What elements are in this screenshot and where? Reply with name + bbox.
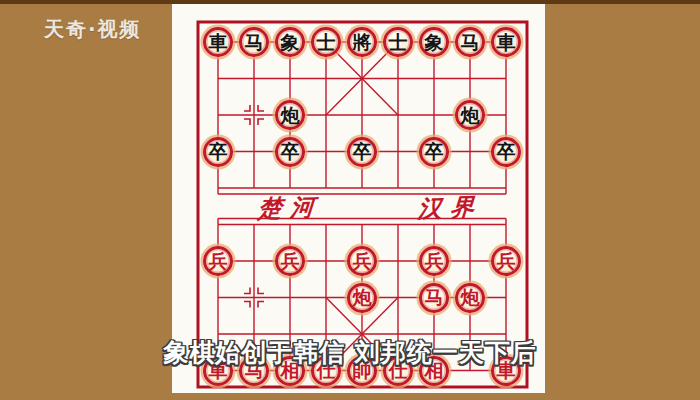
piece-black-general[interactable]: 將 [347, 27, 377, 57]
board-cell[interactable] [236, 97, 272, 134]
board-cell[interactable] [308, 97, 344, 134]
board-cell[interactable] [308, 133, 344, 170]
board-cell[interactable]: 卒 [200, 133, 236, 170]
piece-black-elephant[interactable]: 象 [419, 27, 449, 57]
piece-black-horse[interactable]: 马 [455, 27, 485, 57]
board-cell[interactable] [488, 60, 524, 97]
river-label-han: 汉界 [417, 191, 483, 225]
board-cell[interactable]: 兵 [272, 243, 308, 280]
piece-black-chariot[interactable]: 車 [203, 27, 233, 57]
board-cell[interactable] [380, 133, 416, 170]
board-cell[interactable] [380, 279, 416, 316]
board-cell[interactable]: 马 [416, 279, 452, 316]
piece-red-cannon[interactable]: 炮 [347, 283, 377, 313]
video-frame: 天奇·视频 車马象士將士象马車炮炮卒卒卒卒卒兵兵兵兵兵炮马炮車马相仕帥仕相車 楚… [0, 0, 700, 400]
board-cell[interactable] [308, 60, 344, 97]
board-cell[interactable]: 炮 [344, 279, 380, 316]
river-label-chu: 楚河 [257, 191, 323, 225]
channel-watermark: 天奇·视频 [44, 16, 142, 43]
board-cell[interactable]: 卒 [416, 133, 452, 170]
board-cell[interactable]: 兵 [200, 243, 236, 280]
board-cell[interactable]: 炮 [452, 279, 488, 316]
board-cell[interactable] [344, 206, 380, 243]
piece-black-soldier[interactable]: 卒 [491, 137, 521, 167]
piece-black-soldier[interactable]: 卒 [203, 137, 233, 167]
piece-red-soldier[interactable]: 兵 [491, 246, 521, 276]
board-cell[interactable] [344, 170, 380, 207]
board-cell[interactable] [488, 97, 524, 134]
board-cell[interactable] [272, 279, 308, 316]
piece-black-cannon[interactable]: 炮 [455, 100, 485, 130]
board-cell[interactable] [488, 206, 524, 243]
board-cell[interactable] [380, 243, 416, 280]
board-cell[interactable] [308, 243, 344, 280]
board-cell[interactable]: 兵 [488, 243, 524, 280]
board-cell[interactable] [200, 97, 236, 134]
piece-red-soldier[interactable]: 兵 [275, 246, 305, 276]
board-cell[interactable] [236, 133, 272, 170]
piece-red-soldier[interactable]: 兵 [419, 246, 449, 276]
piece-red-horse[interactable]: 马 [419, 283, 449, 313]
board-cell[interactable] [200, 206, 236, 243]
board-cell[interactable] [380, 170, 416, 207]
piece-red-soldier[interactable]: 兵 [203, 246, 233, 276]
board-cell[interactable]: 象 [416, 24, 452, 61]
board-cell[interactable] [488, 170, 524, 207]
board-cell[interactable]: 士 [308, 24, 344, 61]
board-cell[interactable] [380, 206, 416, 243]
board-cell[interactable] [488, 279, 524, 316]
board-cell[interactable]: 炮 [272, 97, 308, 134]
board-cell[interactable]: 象 [272, 24, 308, 61]
board-cell[interactable] [236, 243, 272, 280]
piece-black-chariot[interactable]: 車 [491, 27, 521, 57]
board-cell[interactable] [200, 279, 236, 316]
board-cell[interactable]: 卒 [488, 133, 524, 170]
board-cell[interactable] [272, 60, 308, 97]
board-cell[interactable]: 兵 [416, 243, 452, 280]
piece-black-soldier[interactable]: 卒 [275, 137, 305, 167]
board-cell[interactable]: 車 [200, 24, 236, 61]
board-cell[interactable] [236, 60, 272, 97]
board-cell[interactable] [380, 97, 416, 134]
piece-black-soldier[interactable]: 卒 [419, 137, 449, 167]
board-cell[interactable] [344, 97, 380, 134]
board-cell[interactable]: 马 [236, 24, 272, 61]
piece-black-cannon[interactable]: 炮 [275, 100, 305, 130]
board-cell[interactable] [200, 60, 236, 97]
board-panel: 車马象士將士象马車炮炮卒卒卒卒卒兵兵兵兵兵炮马炮車马相仕帥仕相車 楚河 汉界 [172, 4, 545, 393]
board-cell[interactable]: 將 [344, 24, 380, 61]
board-cell[interactable] [236, 279, 272, 316]
piece-red-cannon[interactable]: 炮 [455, 283, 485, 313]
board-cell[interactable]: 卒 [344, 133, 380, 170]
board-cell[interactable] [308, 279, 344, 316]
board-cell[interactable] [452, 60, 488, 97]
piece-black-elephant[interactable]: 象 [275, 27, 305, 57]
board-cell[interactable]: 兵 [344, 243, 380, 280]
board-cell[interactable] [200, 170, 236, 207]
piece-black-horse[interactable]: 马 [239, 27, 269, 57]
piece-black-soldier[interactable]: 卒 [347, 137, 377, 167]
board-cell[interactable] [344, 60, 380, 97]
board-cell[interactable]: 马 [452, 24, 488, 61]
board-cell[interactable] [416, 97, 452, 134]
board-cell[interactable]: 卒 [272, 133, 308, 170]
board-cell[interactable]: 車 [488, 24, 524, 61]
video-subtitle: 象棋始创于韩信 刘邦统一天下后 [0, 336, 700, 369]
board-cell[interactable]: 士 [380, 24, 416, 61]
board-cell[interactable] [380, 60, 416, 97]
board-cell[interactable] [452, 133, 488, 170]
board-cell[interactable] [416, 60, 452, 97]
piece-black-advisor[interactable]: 士 [311, 27, 341, 57]
board-cell[interactable] [452, 243, 488, 280]
piece-red-soldier[interactable]: 兵 [347, 246, 377, 276]
board-cell[interactable]: 炮 [452, 97, 488, 134]
piece-black-advisor[interactable]: 士 [383, 27, 413, 57]
